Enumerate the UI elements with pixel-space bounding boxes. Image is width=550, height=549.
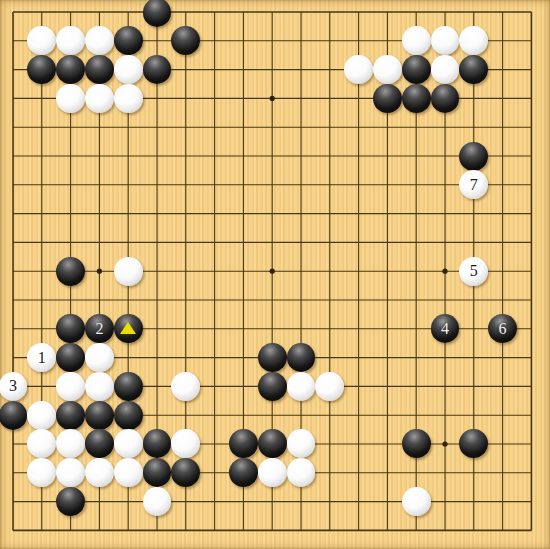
intersection[interactable] <box>315 199 344 228</box>
intersection[interactable] <box>402 487 431 516</box>
intersection[interactable] <box>315 84 344 113</box>
intersection[interactable] <box>402 199 431 228</box>
intersection[interactable] <box>171 516 200 545</box>
intersection[interactable] <box>200 84 229 113</box>
intersection[interactable] <box>402 458 431 487</box>
intersection[interactable] <box>114 286 143 315</box>
intersection[interactable] <box>402 430 431 459</box>
intersection[interactable] <box>0 286 27 315</box>
intersection[interactable] <box>402 257 431 286</box>
intersection[interactable] <box>431 372 460 401</box>
intersection[interactable] <box>258 257 287 286</box>
intersection[interactable] <box>56 84 85 113</box>
intersection[interactable] <box>315 26 344 55</box>
intersection[interactable] <box>229 113 258 142</box>
intersection[interactable] <box>143 84 172 113</box>
intersection[interactable]: 2 <box>85 314 114 343</box>
intersection[interactable] <box>171 26 200 55</box>
intersection[interactable] <box>373 286 402 315</box>
intersection[interactable] <box>0 314 27 343</box>
intersection[interactable] <box>143 0 172 26</box>
intersection[interactable] <box>27 84 56 113</box>
intersection[interactable] <box>315 372 344 401</box>
intersection[interactable] <box>85 199 114 228</box>
intersection[interactable] <box>373 516 402 545</box>
intersection[interactable] <box>315 113 344 142</box>
intersection[interactable] <box>229 142 258 171</box>
intersection[interactable] <box>200 516 229 545</box>
intersection[interactable] <box>85 343 114 372</box>
intersection[interactable] <box>258 314 287 343</box>
intersection[interactable] <box>431 170 460 199</box>
intersection[interactable] <box>200 142 229 171</box>
intersection[interactable] <box>56 113 85 142</box>
intersection[interactable] <box>315 142 344 171</box>
intersection[interactable] <box>517 401 546 430</box>
intersection[interactable] <box>0 0 27 26</box>
intersection[interactable] <box>258 0 287 26</box>
intersection[interactable] <box>402 401 431 430</box>
intersection[interactable] <box>27 0 56 26</box>
intersection[interactable] <box>85 257 114 286</box>
intersection[interactable] <box>373 487 402 516</box>
intersection[interactable] <box>344 113 373 142</box>
intersection[interactable] <box>315 55 344 84</box>
intersection[interactable] <box>344 430 373 459</box>
intersection[interactable] <box>200 0 229 26</box>
intersection[interactable] <box>56 26 85 55</box>
intersection[interactable] <box>56 286 85 315</box>
intersection[interactable] <box>56 228 85 257</box>
intersection[interactable] <box>114 84 143 113</box>
intersection[interactable] <box>431 487 460 516</box>
intersection[interactable] <box>114 257 143 286</box>
intersection[interactable] <box>344 286 373 315</box>
intersection[interactable] <box>258 286 287 315</box>
intersection[interactable] <box>27 26 56 55</box>
intersection[interactable] <box>287 314 316 343</box>
intersection[interactable] <box>344 228 373 257</box>
intersection[interactable] <box>114 458 143 487</box>
intersection[interactable] <box>287 286 316 315</box>
intersection[interactable] <box>229 516 258 545</box>
intersection[interactable] <box>488 516 517 545</box>
intersection[interactable]: 3 <box>0 372 27 401</box>
intersection[interactable] <box>56 0 85 26</box>
intersection[interactable] <box>459 199 488 228</box>
intersection[interactable] <box>114 0 143 26</box>
intersection[interactable] <box>171 372 200 401</box>
intersection[interactable] <box>258 516 287 545</box>
intersection[interactable] <box>431 401 460 430</box>
intersection[interactable] <box>0 228 27 257</box>
intersection[interactable] <box>488 487 517 516</box>
intersection[interactable] <box>171 487 200 516</box>
intersection[interactable] <box>229 55 258 84</box>
intersection[interactable] <box>171 343 200 372</box>
intersection[interactable] <box>85 55 114 84</box>
intersection[interactable] <box>431 516 460 545</box>
intersection[interactable] <box>488 430 517 459</box>
intersection[interactable] <box>27 372 56 401</box>
intersection[interactable] <box>0 55 27 84</box>
intersection[interactable] <box>258 26 287 55</box>
intersection[interactable] <box>27 458 56 487</box>
intersection[interactable] <box>171 199 200 228</box>
intersection[interactable] <box>287 26 316 55</box>
intersection[interactable] <box>459 487 488 516</box>
intersection[interactable] <box>488 372 517 401</box>
intersection[interactable] <box>56 257 85 286</box>
intersection[interactable] <box>459 516 488 545</box>
intersection[interactable] <box>402 170 431 199</box>
intersection[interactable] <box>0 487 27 516</box>
intersection[interactable] <box>431 257 460 286</box>
intersection[interactable] <box>27 257 56 286</box>
intersection[interactable] <box>258 458 287 487</box>
intersection[interactable] <box>402 142 431 171</box>
intersection[interactable] <box>373 458 402 487</box>
intersection[interactable] <box>373 142 402 171</box>
intersection[interactable] <box>258 113 287 142</box>
intersection[interactable] <box>402 516 431 545</box>
intersection[interactable] <box>459 26 488 55</box>
intersection[interactable] <box>488 84 517 113</box>
intersection[interactable] <box>0 257 27 286</box>
intersection[interactable] <box>315 487 344 516</box>
intersection[interactable] <box>402 314 431 343</box>
intersection[interactable] <box>0 401 27 430</box>
intersection[interactable] <box>517 55 546 84</box>
intersection[interactable] <box>517 0 546 26</box>
intersection[interactable] <box>143 55 172 84</box>
intersection[interactable] <box>488 113 517 142</box>
intersection[interactable] <box>459 314 488 343</box>
intersection[interactable] <box>85 487 114 516</box>
intersection[interactable] <box>344 142 373 171</box>
intersection[interactable] <box>488 458 517 487</box>
intersection[interactable] <box>56 314 85 343</box>
intersection[interactable] <box>517 142 546 171</box>
intersection[interactable] <box>459 343 488 372</box>
intersection[interactable] <box>0 84 27 113</box>
intersection[interactable] <box>27 401 56 430</box>
intersection[interactable] <box>287 199 316 228</box>
intersection[interactable] <box>431 142 460 171</box>
intersection[interactable] <box>488 0 517 26</box>
intersection[interactable] <box>431 458 460 487</box>
intersection[interactable] <box>56 430 85 459</box>
intersection[interactable] <box>229 199 258 228</box>
intersection[interactable] <box>114 372 143 401</box>
intersection[interactable] <box>143 170 172 199</box>
intersection[interactable] <box>229 228 258 257</box>
intersection[interactable] <box>488 199 517 228</box>
intersection[interactable] <box>229 257 258 286</box>
intersection[interactable] <box>114 343 143 372</box>
intersection[interactable] <box>229 401 258 430</box>
intersection[interactable] <box>143 487 172 516</box>
intersection[interactable] <box>143 516 172 545</box>
intersection[interactable] <box>488 142 517 171</box>
intersection[interactable] <box>488 257 517 286</box>
intersection[interactable] <box>200 55 229 84</box>
intersection[interactable] <box>114 142 143 171</box>
intersection[interactable] <box>0 516 27 545</box>
intersection[interactable] <box>258 430 287 459</box>
intersection[interactable] <box>200 372 229 401</box>
intersection[interactable] <box>373 430 402 459</box>
intersection[interactable] <box>431 113 460 142</box>
intersection[interactable]: 5 <box>459 257 488 286</box>
intersection[interactable] <box>287 0 316 26</box>
intersection[interactable] <box>27 314 56 343</box>
intersection[interactable] <box>373 257 402 286</box>
intersection[interactable] <box>517 314 546 343</box>
intersection[interactable] <box>459 458 488 487</box>
intersection[interactable] <box>0 26 27 55</box>
intersection[interactable] <box>402 372 431 401</box>
intersection[interactable] <box>171 458 200 487</box>
intersection[interactable] <box>143 199 172 228</box>
intersection[interactable] <box>373 228 402 257</box>
intersection[interactable] <box>315 314 344 343</box>
intersection[interactable] <box>315 170 344 199</box>
intersection[interactable] <box>287 55 316 84</box>
intersection[interactable] <box>171 0 200 26</box>
intersection[interactable] <box>200 458 229 487</box>
intersection[interactable] <box>344 84 373 113</box>
intersection[interactable] <box>315 401 344 430</box>
intersection[interactable] <box>459 228 488 257</box>
intersection[interactable] <box>488 286 517 315</box>
intersection[interactable] <box>373 0 402 26</box>
intersection[interactable] <box>143 257 172 286</box>
intersection[interactable] <box>459 142 488 171</box>
intersection[interactable] <box>56 372 85 401</box>
intersection[interactable] <box>373 26 402 55</box>
intersection[interactable] <box>402 84 431 113</box>
intersection[interactable] <box>114 55 143 84</box>
intersection[interactable] <box>315 286 344 315</box>
intersection[interactable] <box>171 84 200 113</box>
intersection[interactable] <box>114 516 143 545</box>
intersection[interactable] <box>229 343 258 372</box>
intersection[interactable] <box>258 170 287 199</box>
intersection[interactable] <box>402 286 431 315</box>
intersection[interactable] <box>56 516 85 545</box>
intersection[interactable] <box>287 401 316 430</box>
intersection[interactable] <box>459 401 488 430</box>
intersection[interactable] <box>373 55 402 84</box>
intersection[interactable] <box>143 26 172 55</box>
intersection[interactable] <box>85 84 114 113</box>
intersection[interactable] <box>200 257 229 286</box>
intersection[interactable] <box>373 343 402 372</box>
intersection[interactable] <box>459 84 488 113</box>
intersection[interactable] <box>459 55 488 84</box>
intersection[interactable]: 4 <box>431 314 460 343</box>
intersection[interactable] <box>200 487 229 516</box>
intersection[interactable] <box>517 516 546 545</box>
intersection[interactable] <box>229 372 258 401</box>
intersection[interactable] <box>517 372 546 401</box>
intersection[interactable] <box>287 343 316 372</box>
intersection[interactable] <box>517 170 546 199</box>
intersection[interactable] <box>517 257 546 286</box>
intersection[interactable] <box>0 113 27 142</box>
intersection[interactable] <box>56 55 85 84</box>
intersection[interactable] <box>229 487 258 516</box>
intersection[interactable] <box>344 55 373 84</box>
intersection[interactable] <box>258 487 287 516</box>
intersection[interactable] <box>85 0 114 26</box>
intersection[interactable] <box>287 372 316 401</box>
intersection[interactable] <box>85 170 114 199</box>
intersection[interactable] <box>488 401 517 430</box>
intersection[interactable] <box>56 170 85 199</box>
intersection[interactable] <box>171 228 200 257</box>
intersection[interactable] <box>114 401 143 430</box>
intersection[interactable] <box>171 257 200 286</box>
intersection[interactable] <box>431 0 460 26</box>
intersection[interactable] <box>431 286 460 315</box>
intersection[interactable] <box>287 516 316 545</box>
intersection[interactable] <box>373 84 402 113</box>
intersection[interactable] <box>143 228 172 257</box>
intersection[interactable] <box>258 55 287 84</box>
intersection[interactable] <box>373 401 402 430</box>
intersection[interactable] <box>171 55 200 84</box>
intersection[interactable] <box>402 26 431 55</box>
intersection[interactable] <box>459 0 488 26</box>
intersection[interactable] <box>459 286 488 315</box>
intersection[interactable] <box>488 343 517 372</box>
intersection[interactable] <box>431 430 460 459</box>
intersection[interactable] <box>114 170 143 199</box>
intersection[interactable] <box>85 26 114 55</box>
intersection[interactable] <box>171 142 200 171</box>
intersection[interactable] <box>517 487 546 516</box>
intersection[interactable] <box>488 170 517 199</box>
intersection[interactable] <box>431 26 460 55</box>
intersection[interactable] <box>85 401 114 430</box>
intersection[interactable] <box>56 199 85 228</box>
intersection[interactable] <box>344 199 373 228</box>
intersection[interactable] <box>402 0 431 26</box>
intersection[interactable] <box>315 228 344 257</box>
intersection[interactable] <box>344 26 373 55</box>
intersection[interactable] <box>315 458 344 487</box>
intersection[interactable] <box>200 199 229 228</box>
intersection[interactable] <box>143 113 172 142</box>
intersection[interactable] <box>56 401 85 430</box>
intersection[interactable] <box>85 142 114 171</box>
intersection[interactable] <box>85 113 114 142</box>
intersection[interactable] <box>171 113 200 142</box>
intersection[interactable] <box>344 458 373 487</box>
intersection[interactable] <box>373 314 402 343</box>
intersection[interactable] <box>229 84 258 113</box>
intersection[interactable] <box>258 401 287 430</box>
intersection[interactable] <box>373 199 402 228</box>
intersection[interactable] <box>344 343 373 372</box>
intersection[interactable] <box>171 401 200 430</box>
intersection[interactable] <box>27 113 56 142</box>
intersection[interactable] <box>0 458 27 487</box>
intersection[interactable] <box>402 113 431 142</box>
intersection[interactable] <box>143 430 172 459</box>
intersection[interactable] <box>517 458 546 487</box>
intersection[interactable] <box>56 458 85 487</box>
intersection[interactable] <box>517 430 546 459</box>
intersection[interactable] <box>0 199 27 228</box>
intersection[interactable] <box>27 55 56 84</box>
intersection[interactable] <box>229 458 258 487</box>
intersection[interactable] <box>344 0 373 26</box>
intersection[interactable] <box>517 113 546 142</box>
intersection[interactable] <box>229 314 258 343</box>
intersection[interactable] <box>344 487 373 516</box>
intersection[interactable] <box>431 343 460 372</box>
intersection[interactable] <box>200 314 229 343</box>
intersection[interactable] <box>373 372 402 401</box>
intersection[interactable] <box>200 343 229 372</box>
intersection[interactable] <box>287 170 316 199</box>
intersection[interactable] <box>143 286 172 315</box>
intersection[interactable] <box>200 401 229 430</box>
intersection[interactable] <box>315 430 344 459</box>
intersection[interactable] <box>258 372 287 401</box>
intersection[interactable] <box>459 113 488 142</box>
intersection[interactable] <box>431 55 460 84</box>
intersection[interactable] <box>229 170 258 199</box>
intersection[interactable] <box>517 199 546 228</box>
intersection[interactable] <box>488 55 517 84</box>
intersection[interactable] <box>85 228 114 257</box>
intersection[interactable] <box>488 228 517 257</box>
intersection[interactable] <box>200 26 229 55</box>
intersection[interactable] <box>27 199 56 228</box>
intersection[interactable]: 7 <box>459 170 488 199</box>
intersection[interactable] <box>287 487 316 516</box>
intersection[interactable] <box>287 430 316 459</box>
intersection[interactable] <box>459 372 488 401</box>
intersection[interactable] <box>517 26 546 55</box>
intersection[interactable] <box>287 84 316 113</box>
intersection[interactable] <box>488 26 517 55</box>
intersection[interactable] <box>258 142 287 171</box>
intersection[interactable] <box>229 0 258 26</box>
intersection[interactable] <box>85 430 114 459</box>
intersection[interactable] <box>200 113 229 142</box>
intersection[interactable] <box>344 170 373 199</box>
intersection[interactable] <box>27 487 56 516</box>
intersection[interactable] <box>402 343 431 372</box>
intersection[interactable]: 6 <box>488 314 517 343</box>
intersection[interactable] <box>517 286 546 315</box>
intersection[interactable] <box>287 228 316 257</box>
intersection[interactable] <box>315 0 344 26</box>
intersection[interactable] <box>200 170 229 199</box>
intersection[interactable] <box>171 170 200 199</box>
intersection[interactable] <box>344 257 373 286</box>
intersection[interactable] <box>27 516 56 545</box>
intersection[interactable] <box>258 228 287 257</box>
intersection[interactable] <box>258 84 287 113</box>
intersection[interactable] <box>517 343 546 372</box>
intersection[interactable] <box>27 430 56 459</box>
